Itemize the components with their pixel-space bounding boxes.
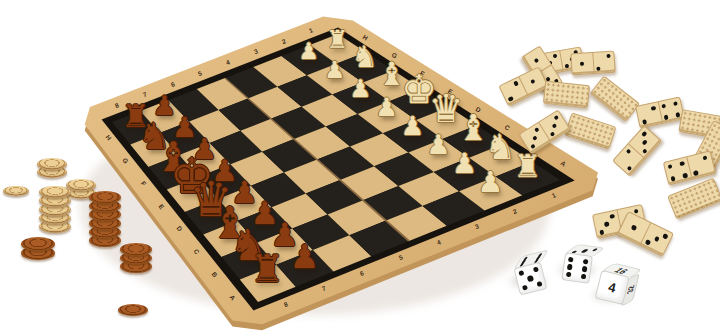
pip: [679, 161, 684, 166]
pip: [581, 249, 588, 252]
pip: [693, 170, 698, 175]
domino-half-1: [571, 53, 593, 75]
pip: [682, 173, 687, 178]
checker-disc-light: [3, 186, 29, 196]
pip: [670, 176, 675, 181]
pip: [527, 275, 533, 281]
pip: [564, 63, 569, 68]
doubling-cube-front-4: 4: [594, 269, 629, 304]
pip: [508, 96, 513, 101]
pip: [663, 233, 669, 239]
checker-stack-5-dark-x6[interactable]: [89, 191, 121, 247]
pip: [582, 259, 588, 265]
domino-1-3[interactable]: [617, 211, 674, 256]
pip: [532, 135, 538, 141]
piece-black-pawn-a7[interactable]: ♟: [290, 240, 320, 273]
pip: [604, 222, 610, 228]
pip: [566, 271, 572, 277]
pip: [518, 270, 524, 276]
pip: [667, 164, 672, 169]
checker-stack-3-light-x5[interactable]: [39, 186, 71, 233]
pip: [673, 101, 678, 106]
pip: [568, 257, 574, 263]
checker-stack-7-dark-x3[interactable]: [120, 243, 152, 273]
pip: [591, 248, 598, 251]
checker-disc-dark: [21, 237, 55, 251]
pip: [567, 264, 573, 270]
domino-half-2: [686, 152, 714, 179]
piece-white-knight-b1[interactable]: ♞: [485, 130, 516, 165]
pip: [530, 144, 536, 150]
pip: [552, 54, 557, 59]
doubling-cube-16-4-32[interactable]: 32164: [595, 260, 639, 305]
pip: [625, 148, 631, 154]
pip: [664, 115, 669, 120]
die-2-top3-front6[interactable]: [562, 242, 593, 281]
checker-disc-dark: [89, 191, 121, 204]
die-1-top6-front5[interactable]: [511, 252, 545, 293]
pip: [581, 266, 587, 272]
pip: [661, 104, 666, 109]
pip: [550, 131, 556, 137]
piece-white-knight-g1[interactable]: ♞: [351, 42, 377, 71]
domino-half-2: [592, 51, 615, 73]
pip: [534, 127, 540, 133]
pip: [580, 273, 586, 279]
pip: [702, 155, 707, 160]
checker-stack-8-dark-x1[interactable]: [118, 304, 148, 316]
pip: [533, 58, 539, 64]
checker-disc-dark: [118, 304, 148, 316]
domino-2-3[interactable]: [612, 125, 662, 177]
domino-face-down[interactable]: [543, 80, 591, 107]
pip: [599, 230, 605, 236]
domino-2-1[interactable]: [499, 66, 549, 106]
domino-2-4[interactable]: [635, 97, 685, 129]
piece-white-pawn-h2[interactable]: ♟: [298, 40, 318, 63]
checker-stack-2-light-x2[interactable]: [37, 158, 67, 178]
pip: [514, 80, 519, 85]
piece-white-pawn-f2[interactable]: ♟: [350, 77, 372, 101]
domino-1-2[interactable]: [570, 50, 616, 75]
die-front-face: [561, 252, 593, 284]
piece-white-pawn-d2[interactable]: ♟: [401, 114, 424, 140]
pip: [553, 115, 559, 121]
product-photo-stage: HHGGFFEEDDCCBBAA8877665544332211♜♞♝♛♚♝♞♜…: [0, 0, 720, 336]
piece-white-pawn-e2[interactable]: ♟: [375, 95, 398, 120]
domino-face-down[interactable]: [590, 75, 640, 121]
piece-white-pawn-g2[interactable]: ♟: [324, 59, 345, 83]
pip: [641, 131, 647, 137]
piece-white-rook-a1[interactable]: ♜: [513, 151, 541, 183]
pip: [596, 66, 600, 70]
pip: [536, 281, 542, 287]
pip: [607, 54, 611, 58]
pip: [651, 106, 656, 111]
pip: [642, 148, 648, 154]
checker-disc-dark: [120, 243, 152, 256]
piece-white-pawn-b2[interactable]: ♟: [452, 150, 477, 178]
pip: [642, 120, 647, 125]
checker-stack-1-light-x1[interactable]: [3, 186, 29, 196]
pip: [675, 113, 680, 118]
pip: [531, 79, 536, 84]
pip: [580, 62, 584, 66]
piece-black-rook-a8[interactable]: ♜: [250, 250, 284, 288]
pip: [626, 165, 632, 171]
pip: [642, 139, 648, 145]
checker-stack-6-dark-x2[interactable]: [21, 237, 55, 260]
piece-white-rook-h1[interactable]: ♜: [326, 27, 348, 52]
pip: [522, 284, 528, 290]
die-front-face: [513, 262, 547, 296]
piece-white-pawn-a2[interactable]: ♟: [478, 169, 504, 198]
piece-white-pawn-c2[interactable]: ♟: [426, 132, 450, 159]
pip: [645, 239, 651, 245]
checker-disc-light: [37, 158, 67, 170]
pip: [552, 123, 558, 129]
pip: [533, 267, 539, 273]
pip: [631, 225, 637, 231]
domino-face-down[interactable]: [565, 113, 617, 150]
pip: [654, 236, 660, 242]
pip: [609, 214, 615, 220]
